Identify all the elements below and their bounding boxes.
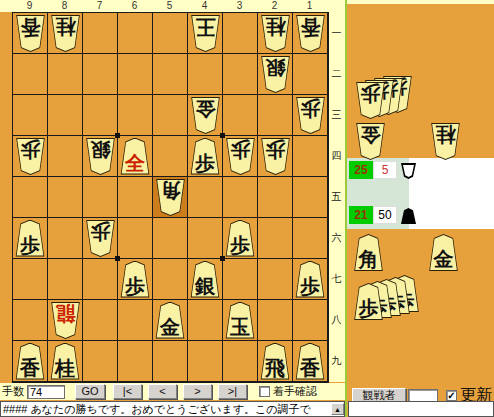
shogi-piece-G[interactable]: 金 bbox=[155, 302, 186, 339]
rank-label-9: 九 bbox=[328, 340, 345, 381]
square-89[interactable]: 桂 bbox=[48, 341, 83, 382]
shogi-piece-p[interactable]: 歩 bbox=[260, 138, 291, 175]
file-label-2: 2 bbox=[257, 0, 292, 12]
prev-move-button[interactable]: < bbox=[148, 384, 177, 399]
square-52[interactable] bbox=[153, 54, 188, 95]
clock-panel: 25 5 21 50 bbox=[347, 158, 494, 229]
square-34[interactable]: 歩 bbox=[223, 136, 258, 177]
square-48[interactable] bbox=[188, 300, 223, 341]
square-19[interactable]: 香 bbox=[293, 341, 328, 382]
sente-clock-main: 21 bbox=[349, 206, 373, 224]
square-69[interactable] bbox=[118, 341, 153, 382]
square-38[interactable]: 玉 bbox=[223, 300, 258, 341]
gote-clock-row: 25 5 bbox=[349, 161, 397, 180]
next-move-button[interactable]: > bbox=[183, 384, 212, 399]
square-33[interactable] bbox=[223, 95, 258, 136]
square-65[interactable] bbox=[118, 177, 153, 218]
square-57[interactable] bbox=[153, 259, 188, 300]
square-98[interactable] bbox=[13, 300, 48, 341]
piece-stack-px4[interactable]: 歩歩歩歩 bbox=[355, 78, 413, 118]
hand-row: 歩歩歩歩 bbox=[355, 78, 461, 120]
square-76[interactable]: 歩 bbox=[83, 218, 118, 259]
hoshi-dot bbox=[220, 133, 225, 138]
shogi-piece-N[interactable]: 桂 bbox=[50, 343, 81, 380]
shogi-piece-b[interactable]: 角 bbox=[155, 179, 186, 216]
shogi-piece-S[interactable]: 銀 bbox=[190, 261, 221, 298]
shogi-piece-l[interactable]: 香 bbox=[295, 15, 326, 52]
square-41[interactable]: 王 bbox=[188, 13, 223, 54]
square-92[interactable] bbox=[13, 54, 48, 95]
square-63[interactable] bbox=[118, 95, 153, 136]
shogi-piece-p[interactable]: 歩 bbox=[85, 220, 116, 257]
scroll-up-button[interactable]: ▲ bbox=[331, 403, 344, 415]
square-75[interactable] bbox=[83, 177, 118, 218]
square-17[interactable]: 歩 bbox=[293, 259, 328, 300]
update-checkbox[interactable]: ✓ bbox=[446, 390, 457, 401]
go-button[interactable]: GO bbox=[75, 384, 105, 399]
square-44[interactable]: 歩 bbox=[188, 136, 223, 177]
shogi-piece-P[interactable]: 歩 bbox=[120, 261, 151, 298]
square-83[interactable] bbox=[48, 95, 83, 136]
shogi-piece-p[interactable]: 歩 bbox=[295, 97, 326, 134]
square-64[interactable]: 全 bbox=[118, 136, 153, 177]
move-count-input[interactable] bbox=[27, 385, 65, 399]
square-79[interactable] bbox=[83, 341, 118, 382]
square-27[interactable] bbox=[258, 259, 293, 300]
rank-label-5: 五 bbox=[328, 176, 345, 217]
rank-label-4: 四 bbox=[328, 135, 345, 176]
shogi-piece-K[interactable]: 玉 bbox=[225, 302, 256, 339]
square-21[interactable]: 桂 bbox=[258, 13, 293, 54]
gote-captured-tray[interactable]: 歩歩歩歩金桂 bbox=[355, 78, 461, 168]
square-26[interactable] bbox=[258, 218, 293, 259]
square-96[interactable]: 歩 bbox=[13, 218, 48, 259]
square-49[interactable] bbox=[188, 341, 223, 382]
square-29[interactable]: 飛 bbox=[258, 341, 293, 382]
shogi-piece-G[interactable]: 金 bbox=[428, 234, 459, 271]
shogi-piece-P[interactable]: 歩 bbox=[225, 220, 256, 257]
sente-clock-sub: 50 bbox=[373, 206, 397, 224]
square-12[interactable] bbox=[293, 54, 328, 95]
toolbar: 手数 GO |< < > >| 着手確認 bbox=[0, 383, 345, 400]
move-count-label: 手数 bbox=[2, 384, 24, 399]
square-22[interactable]: 銀 bbox=[258, 54, 293, 95]
file-label-6: 6 bbox=[117, 0, 152, 12]
square-25[interactable] bbox=[258, 177, 293, 218]
square-56[interactable] bbox=[153, 218, 188, 259]
shogi-piece-p[interactable]: 歩 bbox=[225, 138, 256, 175]
file-label-9: 9 bbox=[12, 0, 47, 12]
square-77[interactable] bbox=[83, 259, 118, 300]
square-97[interactable] bbox=[13, 259, 48, 300]
square-31[interactable] bbox=[223, 13, 258, 54]
shogi-piece-n[interactable]: 桂 bbox=[50, 15, 81, 52]
square-99[interactable]: 香 bbox=[13, 341, 48, 382]
panel-top-strip bbox=[347, 0, 494, 4]
shogi-piece-pS[interactable]: 全 bbox=[120, 138, 151, 175]
square-37[interactable] bbox=[223, 259, 258, 300]
status-message: #### あなたの勝ちです。おめでとうございます。この調子で bbox=[1, 402, 331, 417]
square-39[interactable] bbox=[223, 341, 258, 382]
square-15[interactable] bbox=[293, 177, 328, 218]
rank-coordinates: 一二三四五六七八九 bbox=[328, 12, 345, 382]
file-label-8: 8 bbox=[47, 0, 82, 12]
square-78[interactable] bbox=[83, 300, 118, 341]
rank-label-3: 三 bbox=[328, 94, 345, 135]
square-86[interactable] bbox=[48, 218, 83, 259]
shogi-piece-P[interactable]: 歩 bbox=[15, 220, 46, 257]
gote-clock-sub: 5 bbox=[373, 161, 397, 179]
square-47[interactable]: 銀 bbox=[188, 259, 223, 300]
square-53[interactable] bbox=[153, 95, 188, 136]
rank-label-7: 七 bbox=[328, 258, 345, 299]
gote-clock-main: 25 bbox=[349, 161, 373, 179]
shogi-piece-R[interactable]: 飛 bbox=[260, 343, 291, 380]
file-label-1: 1 bbox=[292, 0, 327, 12]
hoshi-dot bbox=[220, 256, 225, 261]
square-88[interactable]: 龍 bbox=[48, 300, 83, 341]
square-58[interactable]: 金 bbox=[153, 300, 188, 341]
shogi-piece-k[interactable]: 王 bbox=[190, 15, 221, 52]
square-13[interactable]: 歩 bbox=[293, 95, 328, 136]
shogi-piece-s[interactable]: 銀 bbox=[85, 138, 116, 175]
square-18[interactable] bbox=[293, 300, 328, 341]
hand-row: 歩歩歩歩歩 bbox=[353, 279, 459, 321]
square-81[interactable]: 桂 bbox=[48, 13, 83, 54]
square-95[interactable] bbox=[13, 177, 48, 218]
square-71[interactable] bbox=[83, 13, 118, 54]
square-94[interactable]: 歩 bbox=[13, 136, 48, 177]
shogi-piece-L[interactable]: 香 bbox=[295, 343, 326, 380]
shogi-piece-l[interactable]: 香 bbox=[15, 15, 46, 52]
confirm-move-checkbox[interactable] bbox=[259, 386, 270, 397]
file-label-4: 4 bbox=[187, 0, 222, 12]
last-move-button[interactable]: >| bbox=[218, 384, 247, 399]
confirm-move-label: 着手確認 bbox=[273, 384, 317, 399]
status-message-box: #### あなたの勝ちです。おめでとうございます。この調子で ▲ bbox=[0, 401, 345, 417]
square-11[interactable]: 香 bbox=[293, 13, 328, 54]
file-label-7: 7 bbox=[82, 0, 117, 12]
shogi-piece-L[interactable]: 香 bbox=[15, 343, 46, 380]
square-36[interactable]: 歩 bbox=[223, 218, 258, 259]
square-87[interactable] bbox=[48, 259, 83, 300]
square-14[interactable] bbox=[293, 136, 328, 177]
board-grid[interactable]: 香桂王桂香銀金歩歩銀全歩歩歩角歩歩歩歩銀歩龍金玉香桂飛香 bbox=[12, 12, 329, 383]
piece-stack-Px5[interactable]: 歩歩歩歩歩 bbox=[353, 279, 420, 319]
square-68[interactable] bbox=[118, 300, 153, 341]
file-label-5: 5 bbox=[152, 0, 187, 12]
rank-label-2: 二 bbox=[328, 53, 345, 94]
hand-row: 角金 bbox=[353, 234, 459, 276]
shogi-piece-B[interactable]: 角 bbox=[353, 234, 384, 271]
square-85[interactable] bbox=[48, 177, 83, 218]
square-61[interactable] bbox=[118, 13, 153, 54]
square-55[interactable]: 角 bbox=[153, 177, 188, 218]
rank-label-6: 六 bbox=[328, 217, 345, 258]
square-66[interactable] bbox=[118, 218, 153, 259]
shogi-piece-pr[interactable]: 龍 bbox=[50, 302, 81, 339]
square-51[interactable] bbox=[153, 13, 188, 54]
square-74[interactable]: 銀 bbox=[83, 136, 118, 177]
square-62[interactable] bbox=[118, 54, 153, 95]
square-32[interactable] bbox=[223, 54, 258, 95]
file-coordinates: 987654321 bbox=[0, 0, 345, 12]
square-23[interactable] bbox=[258, 95, 293, 136]
shogi-piece-s[interactable]: 銀 bbox=[260, 56, 291, 93]
shogi-piece-g[interactable]: 金 bbox=[355, 123, 386, 160]
shogi-piece-n[interactable]: 桂 bbox=[260, 15, 291, 52]
side-panel: 歩歩歩歩金桂 25 5 21 50 角金歩歩歩歩歩 bbox=[345, 0, 494, 417]
square-93[interactable] bbox=[13, 95, 48, 136]
square-73[interactable] bbox=[83, 95, 118, 136]
spectator-status-box[interactable] bbox=[348, 401, 494, 417]
hoshi-dot bbox=[115, 256, 120, 261]
shogi-piece-P[interactable]: 歩 bbox=[190, 138, 221, 175]
square-91[interactable]: 香 bbox=[13, 13, 48, 54]
square-59[interactable] bbox=[153, 341, 188, 382]
square-72[interactable] bbox=[83, 54, 118, 95]
shogi-piece-p[interactable]: 歩 bbox=[15, 138, 46, 175]
file-label-3: 3 bbox=[222, 0, 257, 12]
square-24[interactable]: 歩 bbox=[258, 136, 293, 177]
square-54[interactable] bbox=[153, 136, 188, 177]
scroll-up-icon: ▲ bbox=[334, 406, 341, 413]
square-42[interactable] bbox=[188, 54, 223, 95]
check-icon: ✓ bbox=[447, 390, 455, 401]
first-move-button[interactable]: |< bbox=[113, 384, 142, 399]
sente-clock-row: 21 50 bbox=[349, 206, 397, 225]
square-46[interactable] bbox=[188, 218, 223, 259]
square-35[interactable] bbox=[223, 177, 258, 218]
rank-label-8: 八 bbox=[328, 299, 345, 340]
square-67[interactable]: 歩 bbox=[118, 259, 153, 300]
square-43[interactable]: 金 bbox=[188, 95, 223, 136]
hoshi-dot bbox=[115, 133, 120, 138]
square-84[interactable] bbox=[48, 136, 83, 177]
sente-captured-tray[interactable]: 角金歩歩歩歩歩 bbox=[353, 234, 459, 324]
square-28[interactable] bbox=[258, 300, 293, 341]
rank-label-1: 一 bbox=[328, 12, 345, 53]
square-16[interactable] bbox=[293, 218, 328, 259]
shogi-piece-n[interactable]: 桂 bbox=[430, 123, 461, 160]
square-45[interactable] bbox=[188, 177, 223, 218]
shogi-piece-g[interactable]: 金 bbox=[190, 97, 221, 134]
shogi-piece-P[interactable]: 歩 bbox=[295, 261, 326, 298]
square-82[interactable] bbox=[48, 54, 83, 95]
